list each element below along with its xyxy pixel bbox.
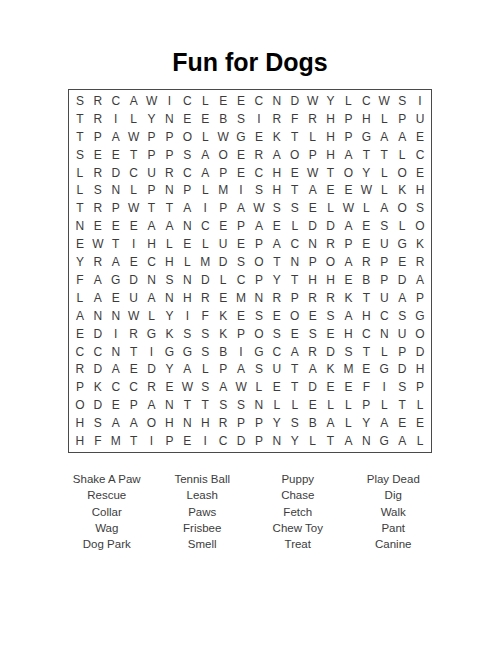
- grid-cell[interactable]: H: [268, 181, 286, 199]
- grid-cell[interactable]: E: [160, 378, 178, 396]
- grid-cell[interactable]: T: [286, 181, 304, 199]
- grid-cell[interactable]: E: [232, 235, 250, 253]
- grid-cell[interactable]: W: [250, 199, 268, 217]
- grid-cell[interactable]: I: [143, 432, 161, 450]
- grid-cell[interactable]: A: [107, 253, 125, 271]
- grid-cell[interactable]: E: [125, 253, 143, 271]
- grid-cell[interactable]: I: [411, 92, 429, 110]
- grid-cell[interactable]: L: [375, 343, 393, 361]
- grid-cell[interactable]: A: [125, 414, 143, 432]
- grid-cell[interactable]: H: [160, 253, 178, 271]
- grid-cell[interactable]: W: [125, 307, 143, 325]
- grid-cell[interactable]: D: [143, 360, 161, 378]
- grid-cell[interactable]: S: [268, 199, 286, 217]
- grid-cell[interactable]: S: [393, 307, 411, 325]
- grid-cell[interactable]: O: [322, 253, 340, 271]
- grid-cell[interactable]: R: [268, 289, 286, 307]
- grid-cell[interactable]: G: [143, 325, 161, 343]
- grid-cell[interactable]: O: [393, 199, 411, 217]
- grid-cell[interactable]: A: [286, 343, 304, 361]
- grid-cell[interactable]: P: [143, 146, 161, 164]
- grid-cell[interactable]: N: [107, 181, 125, 199]
- grid-cell[interactable]: N: [268, 432, 286, 450]
- grid-cell[interactable]: C: [250, 164, 268, 182]
- grid-cell[interactable]: T: [286, 360, 304, 378]
- grid-cell[interactable]: T: [357, 289, 375, 307]
- grid-cell[interactable]: I: [178, 307, 196, 325]
- grid-cell[interactable]: S: [178, 325, 196, 343]
- grid-cell[interactable]: P: [286, 289, 304, 307]
- grid-cell[interactable]: R: [89, 110, 107, 128]
- grid-cell[interactable]: L: [178, 253, 196, 271]
- grid-cell[interactable]: D: [89, 325, 107, 343]
- grid-cell[interactable]: O: [286, 307, 304, 325]
- grid-cell[interactable]: M: [232, 289, 250, 307]
- grid-cell[interactable]: R: [304, 110, 322, 128]
- grid-cell[interactable]: H: [411, 360, 429, 378]
- grid-cell[interactable]: C: [357, 325, 375, 343]
- grid-cell[interactable]: L: [196, 235, 214, 253]
- grid-cell[interactable]: W: [178, 378, 196, 396]
- grid-cell[interactable]: P: [339, 110, 357, 128]
- grid-cell[interactable]: E: [411, 164, 429, 182]
- grid-cell[interactable]: S: [286, 414, 304, 432]
- grid-cell[interactable]: S: [71, 92, 89, 110]
- grid-cell[interactable]: O: [250, 253, 268, 271]
- grid-cell[interactable]: E: [322, 378, 340, 396]
- grid-cell[interactable]: R: [304, 289, 322, 307]
- grid-cell[interactable]: A: [339, 253, 357, 271]
- grid-cell[interactable]: K: [89, 378, 107, 396]
- grid-cell[interactable]: T: [125, 146, 143, 164]
- grid-cell[interactable]: T: [286, 378, 304, 396]
- grid-cell[interactable]: L: [125, 181, 143, 199]
- grid-cell[interactable]: L: [411, 432, 429, 450]
- grid-cell[interactable]: I: [125, 235, 143, 253]
- grid-cell[interactable]: A: [89, 289, 107, 307]
- grid-cell[interactable]: G: [232, 128, 250, 146]
- grid-cell[interactable]: E: [232, 92, 250, 110]
- grid-cell[interactable]: C: [178, 92, 196, 110]
- grid-cell[interactable]: A: [143, 217, 161, 235]
- grid-cell[interactable]: S: [393, 92, 411, 110]
- grid-cell[interactable]: P: [125, 396, 143, 414]
- grid-cell[interactable]: P: [71, 378, 89, 396]
- grid-cell[interactable]: T: [71, 110, 89, 128]
- grid-cell[interactable]: E: [393, 414, 411, 432]
- grid-cell[interactable]: T: [268, 253, 286, 271]
- grid-cell[interactable]: T: [160, 199, 178, 217]
- grid-cell[interactable]: L: [375, 396, 393, 414]
- grid-cell[interactable]: D: [304, 378, 322, 396]
- grid-cell[interactable]: E: [268, 378, 286, 396]
- grid-cell[interactable]: T: [143, 199, 161, 217]
- grid-cell[interactable]: T: [357, 343, 375, 361]
- grid-cell[interactable]: W: [304, 164, 322, 182]
- grid-cell[interactable]: H: [196, 414, 214, 432]
- grid-cell[interactable]: P: [304, 253, 322, 271]
- grid-cell[interactable]: D: [214, 253, 232, 271]
- grid-cell[interactable]: E: [304, 199, 322, 217]
- grid-cell[interactable]: S: [268, 325, 286, 343]
- grid-cell[interactable]: F: [89, 432, 107, 450]
- grid-cell[interactable]: P: [107, 199, 125, 217]
- grid-cell[interactable]: E: [178, 432, 196, 450]
- grid-cell[interactable]: P: [339, 235, 357, 253]
- grid-cell[interactable]: L: [322, 199, 340, 217]
- grid-cell[interactable]: A: [304, 360, 322, 378]
- grid-cell[interactable]: L: [71, 164, 89, 182]
- grid-cell[interactable]: L: [357, 199, 375, 217]
- grid-cell[interactable]: H: [411, 181, 429, 199]
- grid-cell[interactable]: O: [411, 217, 429, 235]
- grid-cell[interactable]: C: [125, 164, 143, 182]
- grid-cell[interactable]: R: [214, 414, 232, 432]
- grid-cell[interactable]: S: [214, 396, 232, 414]
- grid-cell[interactable]: H: [178, 289, 196, 307]
- grid-cell[interactable]: N: [107, 307, 125, 325]
- grid-cell[interactable]: K: [393, 181, 411, 199]
- grid-cell[interactable]: E: [125, 217, 143, 235]
- grid-cell[interactable]: S: [196, 378, 214, 396]
- grid-cell[interactable]: U: [125, 289, 143, 307]
- grid-cell[interactable]: P: [250, 414, 268, 432]
- grid-cell[interactable]: E: [393, 253, 411, 271]
- grid-cell[interactable]: A: [196, 146, 214, 164]
- grid-cell[interactable]: I: [196, 199, 214, 217]
- grid-cell[interactable]: D: [232, 432, 250, 450]
- grid-cell[interactable]: A: [71, 307, 89, 325]
- grid-cell[interactable]: G: [375, 360, 393, 378]
- grid-cell[interactable]: A: [339, 432, 357, 450]
- grid-cell[interactable]: A: [143, 396, 161, 414]
- grid-cell[interactable]: A: [393, 128, 411, 146]
- grid-cell[interactable]: L: [143, 307, 161, 325]
- grid-cell[interactable]: E: [125, 360, 143, 378]
- grid-cell[interactable]: P: [357, 396, 375, 414]
- grid-cell[interactable]: Y: [71, 253, 89, 271]
- grid-cell[interactable]: W: [89, 235, 107, 253]
- grid-cell[interactable]: E: [322, 325, 340, 343]
- grid-cell[interactable]: U: [393, 325, 411, 343]
- grid-cell[interactable]: H: [304, 271, 322, 289]
- grid-cell[interactable]: P: [375, 253, 393, 271]
- grid-cell[interactable]: A: [411, 271, 429, 289]
- grid-cell[interactable]: S: [178, 146, 196, 164]
- grid-cell[interactable]: C: [232, 271, 250, 289]
- grid-cell[interactable]: R: [89, 199, 107, 217]
- grid-cell[interactable]: E: [89, 217, 107, 235]
- grid-cell[interactable]: E: [322, 181, 340, 199]
- grid-cell[interactable]: P: [214, 164, 232, 182]
- grid-cell[interactable]: T: [178, 396, 196, 414]
- grid-cell[interactable]: S: [286, 199, 304, 217]
- grid-cell[interactable]: L: [304, 128, 322, 146]
- grid-cell[interactable]: N: [160, 181, 178, 199]
- grid-cell[interactable]: D: [107, 164, 125, 182]
- grid-cell[interactable]: C: [71, 343, 89, 361]
- grid-cell[interactable]: C: [214, 432, 232, 450]
- grid-cell[interactable]: S: [89, 181, 107, 199]
- grid-cell[interactable]: C: [178, 164, 196, 182]
- grid-cell[interactable]: L: [250, 378, 268, 396]
- grid-cell[interactable]: G: [107, 271, 125, 289]
- grid-cell[interactable]: W: [304, 92, 322, 110]
- grid-cell[interactable]: S: [160, 271, 178, 289]
- grid-cell[interactable]: E: [339, 378, 357, 396]
- grid-cell[interactable]: E: [339, 271, 357, 289]
- grid-cell[interactable]: S: [393, 378, 411, 396]
- grid-cell[interactable]: S: [196, 343, 214, 361]
- grid-cell[interactable]: E: [107, 396, 125, 414]
- grid-cell[interactable]: I: [196, 432, 214, 450]
- grid-cell[interactable]: E: [107, 146, 125, 164]
- grid-cell[interactable]: H: [357, 110, 375, 128]
- grid-cell[interactable]: M: [339, 360, 357, 378]
- grid-cell[interactable]: P: [375, 271, 393, 289]
- grid-cell[interactable]: T: [286, 128, 304, 146]
- grid-cell[interactable]: P: [304, 146, 322, 164]
- grid-cell[interactable]: W: [125, 199, 143, 217]
- grid-cell[interactable]: B: [357, 271, 375, 289]
- grid-cell[interactable]: U: [143, 164, 161, 182]
- grid-cell[interactable]: R: [143, 378, 161, 396]
- grid-cell[interactable]: H: [339, 325, 357, 343]
- grid-cell[interactable]: P: [393, 343, 411, 361]
- grid-cell[interactable]: L: [196, 128, 214, 146]
- grid-cell[interactable]: P: [232, 217, 250, 235]
- grid-cell[interactable]: R: [89, 253, 107, 271]
- grid-cell[interactable]: P: [89, 128, 107, 146]
- grid-cell[interactable]: P: [160, 146, 178, 164]
- grid-cell[interactable]: H: [71, 414, 89, 432]
- grid-cell[interactable]: Y: [286, 432, 304, 450]
- grid-cell[interactable]: P: [250, 432, 268, 450]
- grid-cell[interactable]: P: [178, 181, 196, 199]
- grid-cell[interactable]: F: [196, 307, 214, 325]
- grid-cell[interactable]: P: [160, 432, 178, 450]
- grid-cell[interactable]: P: [214, 360, 232, 378]
- grid-cell[interactable]: L: [125, 110, 143, 128]
- grid-cell[interactable]: H: [357, 307, 375, 325]
- grid-cell[interactable]: P: [393, 110, 411, 128]
- grid-cell[interactable]: E: [411, 128, 429, 146]
- grid-cell[interactable]: N: [357, 432, 375, 450]
- grid-cell[interactable]: D: [322, 343, 340, 361]
- grid-cell[interactable]: C: [268, 343, 286, 361]
- grid-cell[interactable]: H: [71, 432, 89, 450]
- grid-cell[interactable]: E: [357, 235, 375, 253]
- grid-cell[interactable]: W: [232, 378, 250, 396]
- grid-cell[interactable]: A: [196, 164, 214, 182]
- grid-cell[interactable]: O: [393, 164, 411, 182]
- grid-cell[interactable]: T: [322, 164, 340, 182]
- grid-cell[interactable]: A: [339, 307, 357, 325]
- grid-cell[interactable]: K: [322, 360, 340, 378]
- grid-cell[interactable]: N: [178, 271, 196, 289]
- grid-cell[interactable]: E: [178, 110, 196, 128]
- grid-cell[interactable]: R: [89, 164, 107, 182]
- grid-cell[interactable]: H: [322, 110, 340, 128]
- grid-cell[interactable]: L: [339, 396, 357, 414]
- grid-cell[interactable]: A: [107, 360, 125, 378]
- grid-cell[interactable]: N: [286, 253, 304, 271]
- grid-cell[interactable]: U: [375, 235, 393, 253]
- grid-cell[interactable]: L: [286, 217, 304, 235]
- grid-cell[interactable]: A: [232, 199, 250, 217]
- grid-cell[interactable]: H: [268, 164, 286, 182]
- grid-cell[interactable]: R: [304, 343, 322, 361]
- grid-cell[interactable]: E: [214, 289, 232, 307]
- grid-cell[interactable]: S: [304, 325, 322, 343]
- grid-cell[interactable]: L: [71, 181, 89, 199]
- grid-cell[interactable]: A: [268, 235, 286, 253]
- grid-cell[interactable]: F: [286, 110, 304, 128]
- grid-cell[interactable]: R: [160, 164, 178, 182]
- grid-cell[interactable]: O: [178, 128, 196, 146]
- grid-cell[interactable]: P: [143, 128, 161, 146]
- grid-cell[interactable]: G: [393, 235, 411, 253]
- grid-cell[interactable]: I: [160, 92, 178, 110]
- grid-cell[interactable]: S: [232, 110, 250, 128]
- grid-cell[interactable]: D: [286, 92, 304, 110]
- grid-cell[interactable]: C: [89, 343, 107, 361]
- grid-cell[interactable]: S: [196, 325, 214, 343]
- grid-cell[interactable]: Y: [322, 92, 340, 110]
- grid-cell[interactable]: C: [250, 92, 268, 110]
- grid-cell[interactable]: C: [357, 92, 375, 110]
- grid-cell[interactable]: D: [196, 271, 214, 289]
- grid-cell[interactable]: T: [286, 271, 304, 289]
- grid-cell[interactable]: A: [214, 378, 232, 396]
- grid-cell[interactable]: E: [268, 307, 286, 325]
- grid-cell[interactable]: S: [411, 199, 429, 217]
- grid-cell[interactable]: O: [411, 325, 429, 343]
- grid-cell[interactable]: P: [250, 271, 268, 289]
- grid-cell[interactable]: C: [143, 253, 161, 271]
- grid-cell[interactable]: L: [286, 396, 304, 414]
- grid-cell[interactable]: B: [214, 110, 232, 128]
- grid-cell[interactable]: N: [107, 343, 125, 361]
- grid-cell[interactable]: A: [125, 92, 143, 110]
- grid-cell[interactable]: L: [196, 181, 214, 199]
- grid-cell[interactable]: P: [250, 235, 268, 253]
- grid-cell[interactable]: R: [322, 235, 340, 253]
- grid-cell[interactable]: C: [107, 378, 125, 396]
- grid-cell[interactable]: S: [89, 414, 107, 432]
- grid-cell[interactable]: N: [250, 396, 268, 414]
- grid-cell[interactable]: I: [250, 110, 268, 128]
- grid-cell[interactable]: T: [71, 199, 89, 217]
- grid-cell[interactable]: I: [107, 325, 125, 343]
- grid-cell[interactable]: R: [357, 253, 375, 271]
- grid-cell[interactable]: K: [214, 325, 232, 343]
- grid-cell[interactable]: S: [250, 307, 268, 325]
- grid-cell[interactable]: N: [178, 217, 196, 235]
- grid-cell[interactable]: G: [178, 343, 196, 361]
- grid-cell[interactable]: Y: [143, 110, 161, 128]
- grid-cell[interactable]: W: [375, 92, 393, 110]
- grid-cell[interactable]: L: [339, 414, 357, 432]
- grid-cell[interactable]: A: [322, 414, 340, 432]
- grid-cell[interactable]: U: [411, 110, 429, 128]
- grid-cell[interactable]: P: [339, 128, 357, 146]
- grid-cell[interactable]: A: [393, 289, 411, 307]
- grid-cell[interactable]: O: [286, 146, 304, 164]
- grid-cell[interactable]: A: [375, 128, 393, 146]
- grid-cell[interactable]: F: [71, 271, 89, 289]
- grid-cell[interactable]: O: [250, 325, 268, 343]
- grid-cell[interactable]: L: [393, 146, 411, 164]
- grid-cell[interactable]: A: [232, 360, 250, 378]
- grid-cell[interactable]: D: [89, 396, 107, 414]
- grid-cell[interactable]: E: [178, 235, 196, 253]
- grid-cell[interactable]: R: [268, 110, 286, 128]
- grid-cell[interactable]: P: [160, 128, 178, 146]
- grid-cell[interactable]: L: [214, 271, 232, 289]
- grid-cell[interactable]: S: [322, 307, 340, 325]
- grid-cell[interactable]: G: [411, 307, 429, 325]
- grid-cell[interactable]: H: [322, 128, 340, 146]
- grid-cell[interactable]: K: [411, 235, 429, 253]
- grid-cell[interactable]: L: [411, 396, 429, 414]
- grid-cell[interactable]: D: [393, 271, 411, 289]
- grid-cell[interactable]: N: [304, 235, 322, 253]
- grid-cell[interactable]: C: [286, 235, 304, 253]
- grid-cell[interactable]: H: [322, 271, 340, 289]
- grid-cell[interactable]: G: [375, 432, 393, 450]
- grid-cell[interactable]: Y: [268, 271, 286, 289]
- grid-cell[interactable]: T: [196, 396, 214, 414]
- grid-cell[interactable]: N: [178, 414, 196, 432]
- grid-cell[interactable]: D: [393, 360, 411, 378]
- grid-cell[interactable]: S: [375, 217, 393, 235]
- grid-cell[interactable]: A: [375, 414, 393, 432]
- grid-cell[interactable]: L: [268, 396, 286, 414]
- grid-cell[interactable]: T: [322, 432, 340, 450]
- grid-cell[interactable]: S: [339, 343, 357, 361]
- grid-cell[interactable]: E: [71, 325, 89, 343]
- grid-cell[interactable]: T: [375, 146, 393, 164]
- grid-cell[interactable]: Y: [160, 360, 178, 378]
- grid-cell[interactable]: E: [196, 110, 214, 128]
- grid-cell[interactable]: L: [375, 181, 393, 199]
- grid-cell[interactable]: B: [304, 414, 322, 432]
- grid-cell[interactable]: C: [125, 378, 143, 396]
- grid-cell[interactable]: N: [160, 396, 178, 414]
- grid-cell[interactable]: L: [304, 432, 322, 450]
- grid-cell[interactable]: Y: [357, 414, 375, 432]
- grid-cell[interactable]: O: [214, 146, 232, 164]
- grid-cell[interactable]: E: [71, 235, 89, 253]
- grid-cell[interactable]: A: [304, 181, 322, 199]
- grid-cell[interactable]: A: [107, 414, 125, 432]
- grid-cell[interactable]: I: [143, 343, 161, 361]
- grid-cell[interactable]: R: [89, 92, 107, 110]
- grid-cell[interactable]: E: [304, 307, 322, 325]
- grid-cell[interactable]: A: [250, 217, 268, 235]
- grid-cell[interactable]: N: [160, 289, 178, 307]
- grid-cell[interactable]: P: [232, 325, 250, 343]
- grid-cell[interactable]: L: [375, 164, 393, 182]
- grid-cell[interactable]: D: [411, 343, 429, 361]
- grid-cell[interactable]: H: [322, 146, 340, 164]
- grid-cell[interactable]: T: [393, 396, 411, 414]
- grid-cell[interactable]: N: [375, 325, 393, 343]
- grid-cell[interactable]: G: [250, 343, 268, 361]
- grid-cell[interactable]: E: [357, 360, 375, 378]
- grid-cell[interactable]: E: [214, 217, 232, 235]
